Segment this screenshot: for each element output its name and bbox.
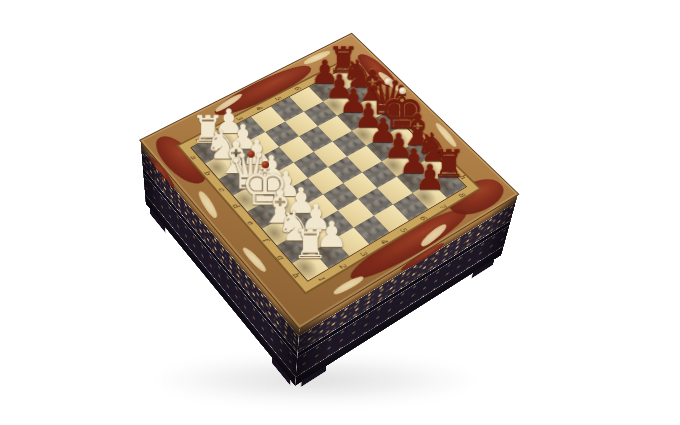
chess-set-photo: abcdefgh abcdefgh 87654321 87654321 ♜♞♝♛… [0, 0, 680, 425]
chess-box-lid: abcdefgh abcdefgh 87654321 87654321 ♜♞♝♛… [140, 34, 518, 328]
piece-red-pawn[interactable]: ♟ [398, 127, 463, 198]
piece-white-rook[interactable]: ♜ [277, 194, 345, 269]
